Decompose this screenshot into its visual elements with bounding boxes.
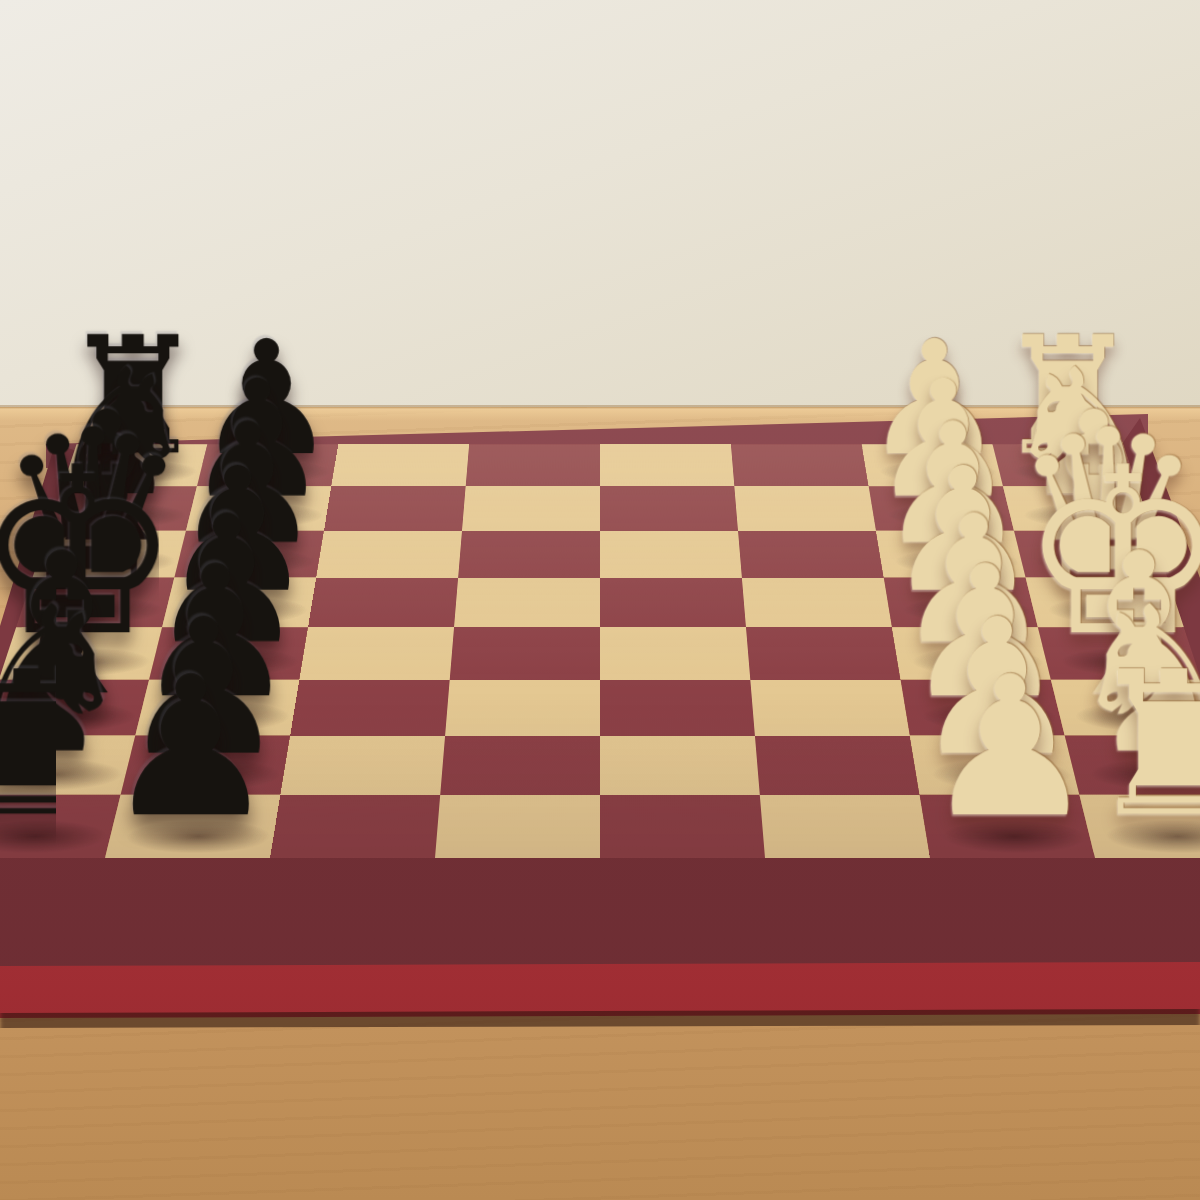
square-e3[interactable] <box>746 627 901 680</box>
square-h3[interactable] <box>760 795 930 858</box>
square-d3[interactable] <box>742 578 892 628</box>
square-e4[interactable] <box>600 627 750 680</box>
square-c5[interactable] <box>458 531 600 578</box>
square-h2[interactable]: ♟ <box>920 795 1095 858</box>
square-f6[interactable] <box>290 680 449 736</box>
square-d5[interactable] <box>454 578 600 628</box>
square-h4[interactable] <box>600 795 765 858</box>
white-rook-h1[interactable]: ♜ <box>1084 645 1200 844</box>
chess-board[interactable]: ♜♟♟♜♞♟♟♞♝♟♟♝♛♟♟♛♚♟♟♚♝♟♟♝♞♟♟♞♜♟♟♜ <box>0 444 1200 858</box>
square-f3[interactable] <box>750 680 909 736</box>
square-c6[interactable] <box>316 531 462 578</box>
perspective-scene: ♜♟♟♜♞♟♟♞♝♟♟♝♛♟♟♛♚♟♟♚♝♟♟♝♞♟♟♞♜♟♟♜ <box>0 0 1200 1200</box>
square-d4[interactable] <box>600 578 746 628</box>
square-b4[interactable] <box>600 486 738 530</box>
square-g6[interactable] <box>280 736 445 795</box>
square-b5[interactable] <box>462 486 600 530</box>
square-a5[interactable] <box>466 444 600 486</box>
square-d6[interactable] <box>308 578 458 628</box>
square-a6[interactable] <box>331 444 469 486</box>
chess-photo-scene: ♜♟♟♜♞♟♟♞♝♟♟♝♛♟♟♛♚♟♟♚♝♟♟♝♞♟♟♞♜♟♟♜ <box>0 0 1200 1200</box>
white-pawn-h2[interactable]: ♟ <box>923 650 1097 844</box>
square-g3[interactable] <box>755 736 920 795</box>
square-a3[interactable] <box>731 444 869 486</box>
square-e6[interactable] <box>299 627 454 680</box>
square-b6[interactable] <box>324 486 466 530</box>
square-h8[interactable]: ♜ <box>0 795 121 858</box>
square-f5[interactable] <box>445 680 600 736</box>
square-h5[interactable] <box>435 795 600 858</box>
square-h7[interactable]: ♟ <box>105 795 280 858</box>
square-a4[interactable] <box>600 444 734 486</box>
black-pawn-h7[interactable]: ♟ <box>104 650 278 844</box>
square-c3[interactable] <box>738 531 884 578</box>
square-b3[interactable] <box>734 486 876 530</box>
square-c4[interactable] <box>600 531 742 578</box>
square-f4[interactable] <box>600 680 755 736</box>
square-h1[interactable]: ♜ <box>1079 795 1200 858</box>
black-rook-h8[interactable]: ♜ <box>0 645 116 844</box>
square-g4[interactable] <box>600 736 760 795</box>
square-e5[interactable] <box>450 627 600 680</box>
square-h6[interactable] <box>270 795 440 858</box>
square-g5[interactable] <box>440 736 600 795</box>
